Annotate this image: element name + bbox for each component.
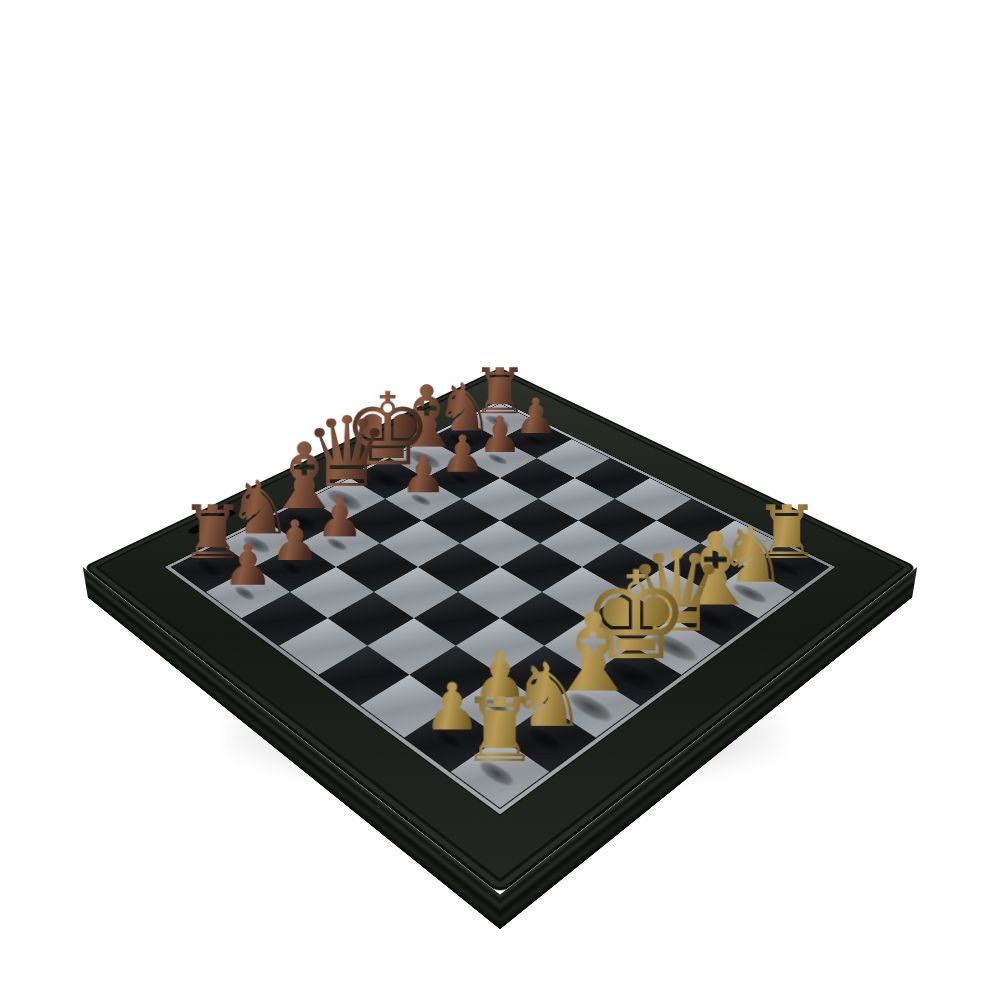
- chess-board: ♜♞♟♝♟♚♟♛♟♝♞♟♜♟♜♟♞♝♛♚♝♟♞♟♜: [83, 368, 917, 895]
- white-rook-glyph: ♜: [460, 685, 540, 774]
- black-pawn-glyph: ♟: [315, 490, 364, 545]
- black-pawn-glyph: ♟: [222, 537, 273, 594]
- black-pawn-glyph: ♟: [400, 448, 447, 500]
- chessboard-scene: ♜♞♟♝♟♚♟♛♟♝♞♟♜♟♜♟♞♝♛♚♝♟♞♟♜: [0, 0, 1000, 1000]
- black-pawn-glyph: ♟: [270, 513, 320, 569]
- product-photo: ♜♞♟♝♟♚♟♛♟♝♞♟♜♟♜♟♞♝♛♚♝♟♞♟♜: [0, 0, 1000, 1000]
- pieces-layer: ♜♞♟♝♟♚♟♛♟♝♞♟♜♟♜♟♞♝♛♚♝♟♞♟♜: [83, 368, 917, 895]
